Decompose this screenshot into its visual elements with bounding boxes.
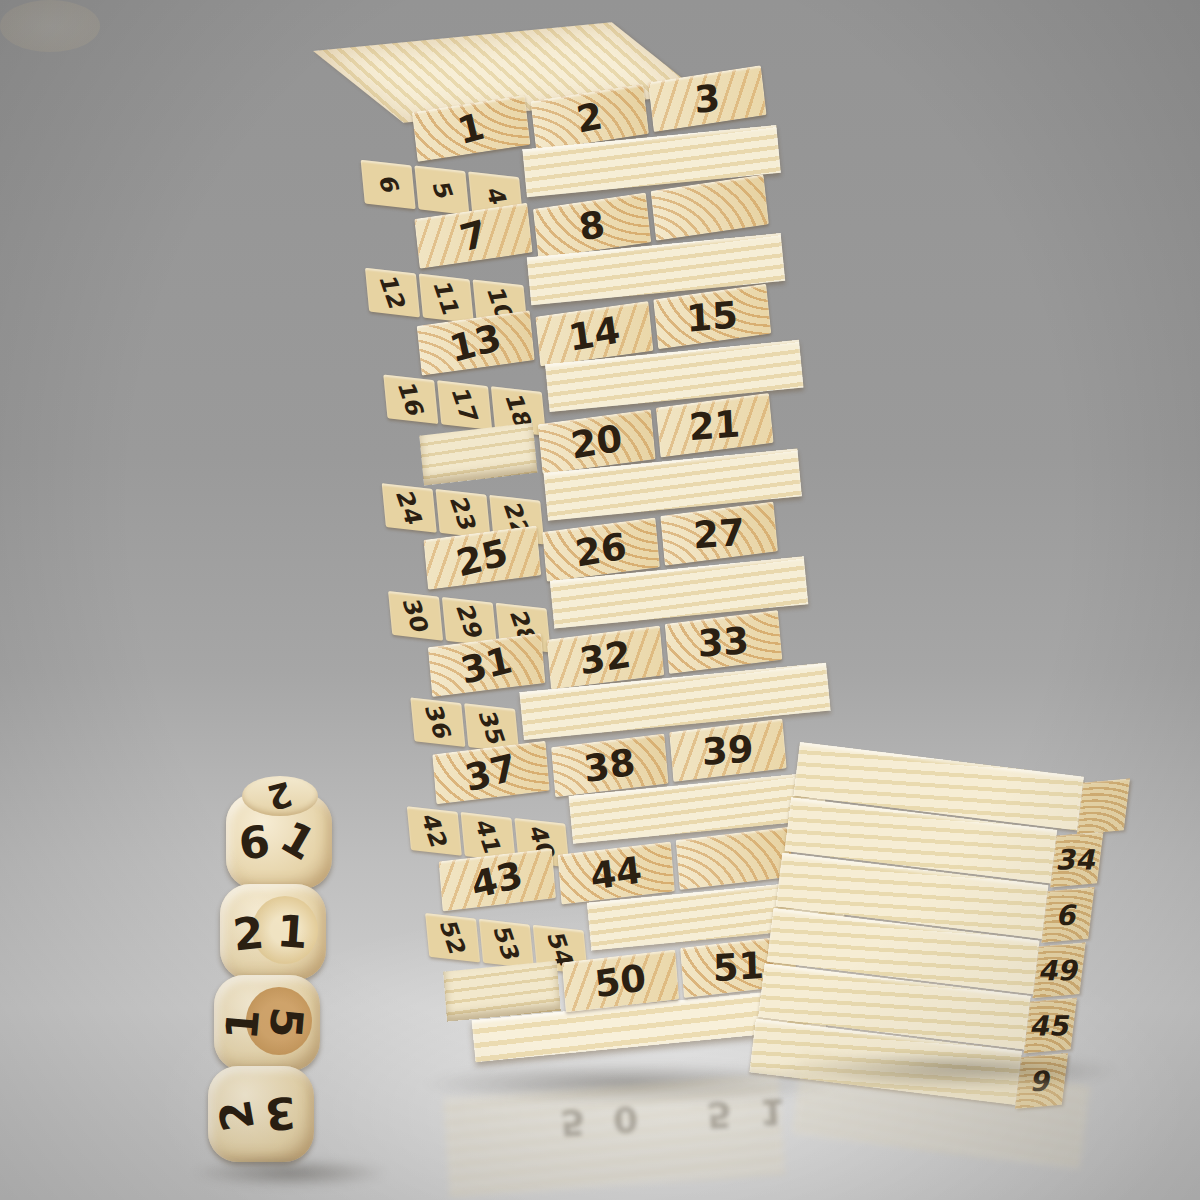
block-end-face: 52	[425, 913, 480, 963]
block-face: 37	[432, 741, 550, 805]
block-end-face: 5	[414, 166, 469, 216]
block-number: 5	[426, 180, 459, 200]
block-number: 4	[479, 186, 512, 206]
block-number: 16	[392, 381, 430, 418]
side-end-caps: 3635	[411, 693, 521, 747]
block-end-face: 30	[388, 591, 443, 641]
block-number: 25	[453, 530, 512, 585]
side-end-caps: 161718	[384, 365, 546, 424]
block-number: 14	[566, 308, 623, 359]
dice-stack: 261211523	[212, 798, 318, 1162]
block-number: 38	[582, 740, 638, 791]
block-number: 13	[446, 315, 506, 370]
die-right-value: 3	[263, 1087, 298, 1140]
block-number: 27	[693, 510, 746, 557]
plank-end-face: 45	[1024, 998, 1077, 1054]
plank-end-number: 6	[1055, 898, 1081, 931]
side-end-caps: 525354	[426, 903, 588, 962]
block-number: 51	[712, 943, 764, 989]
die-right-value: 1	[276, 905, 310, 958]
block-end-face: 16	[383, 375, 438, 425]
block-number: 21	[688, 402, 741, 449]
side-end-caps: 424140	[407, 796, 569, 855]
block-number: 6	[372, 174, 405, 194]
block-face: 25	[423, 525, 541, 589]
block-end-face: 17	[437, 380, 492, 430]
wooden-die: 23	[208, 1066, 314, 1162]
block-number: 52	[433, 919, 471, 956]
block-number: 36	[419, 704, 457, 741]
block-number: 53	[487, 925, 525, 962]
block-number: 7	[456, 211, 491, 259]
block-face: 27	[660, 501, 778, 565]
plank-end-face: 6	[1041, 887, 1094, 943]
block-number: 37	[461, 745, 520, 799]
die-left-value: 6	[236, 815, 273, 870]
block-end-face: 11	[419, 274, 474, 324]
side-end-caps: 242322	[382, 473, 544, 532]
die-right-value: 1	[273, 811, 325, 870]
block-number: 30	[396, 597, 434, 634]
dice-shadow	[190, 1158, 390, 1188]
wooden-die: 15	[214, 975, 320, 1071]
dice-reflection	[0, 0, 100, 52]
block-end-face: 23	[436, 489, 491, 539]
die-left-value: 2	[230, 907, 266, 961]
block-number: 15	[686, 293, 739, 340]
block-number: 32	[577, 632, 633, 683]
block-number: 1	[454, 104, 489, 153]
side-end-caps: 121110	[366, 258, 528, 317]
block-number: 12	[373, 274, 411, 311]
wooden-die: 261	[226, 793, 332, 889]
plank-end-number: 45	[1027, 1009, 1073, 1042]
plank-end-face: 34	[1050, 832, 1103, 888]
block-end-face: 36	[410, 697, 465, 747]
block-number: 44	[588, 848, 644, 898]
block-face: 21	[656, 393, 774, 458]
block-number: 20	[568, 416, 624, 467]
block-number: 2	[574, 94, 606, 141]
product-photo-stage: 1236547812111013141516171820212423222526…	[0, 0, 1200, 1200]
plank-end-face	[1077, 779, 1130, 835]
die-left-value: 2	[209, 1096, 265, 1135]
block-number: 24	[390, 490, 428, 527]
block-face: 13	[417, 310, 535, 375]
block-end-face: 42	[407, 806, 462, 856]
block-number: 26	[573, 524, 629, 575]
block-number: 39	[702, 727, 755, 774]
block-number: 8	[576, 202, 608, 249]
side-end-caps: 302928	[389, 581, 551, 640]
block-number: 42	[415, 813, 453, 850]
block-number: 17	[446, 387, 484, 424]
block-number: 31	[457, 638, 516, 692]
block-end-face: 12	[365, 268, 420, 318]
block-end-face: 24	[382, 483, 437, 533]
block-number: 3	[693, 76, 721, 122]
block-number: 23	[444, 495, 482, 532]
block-face: 39	[669, 718, 787, 782]
block-number: 35	[473, 710, 511, 747]
die-right-value: 5	[260, 1005, 313, 1040]
block-face	[676, 827, 793, 890]
side-stack-shadow	[772, 1052, 1122, 1090]
block-number: 33	[697, 619, 750, 666]
block-number: 50	[593, 956, 649, 1006]
plank-end-face: 49	[1033, 942, 1086, 998]
wooden-die: 21	[220, 884, 326, 980]
block-number: 11	[427, 280, 465, 317]
plank-end-number: 49	[1036, 954, 1082, 987]
block-number: 41	[469, 819, 507, 856]
block-face: 33	[665, 610, 783, 674]
plank-end-number: 34	[1054, 843, 1100, 876]
die-top-value: 2	[263, 774, 296, 819]
block-face: 31	[428, 633, 546, 697]
block-number: 29	[450, 603, 488, 640]
block-end-face: 6	[361, 160, 416, 210]
block-number: 43	[468, 853, 527, 907]
die-top-face: 2	[242, 776, 318, 816]
side-end-caps: 654	[361, 150, 523, 209]
block-face: 43	[439, 848, 556, 911]
